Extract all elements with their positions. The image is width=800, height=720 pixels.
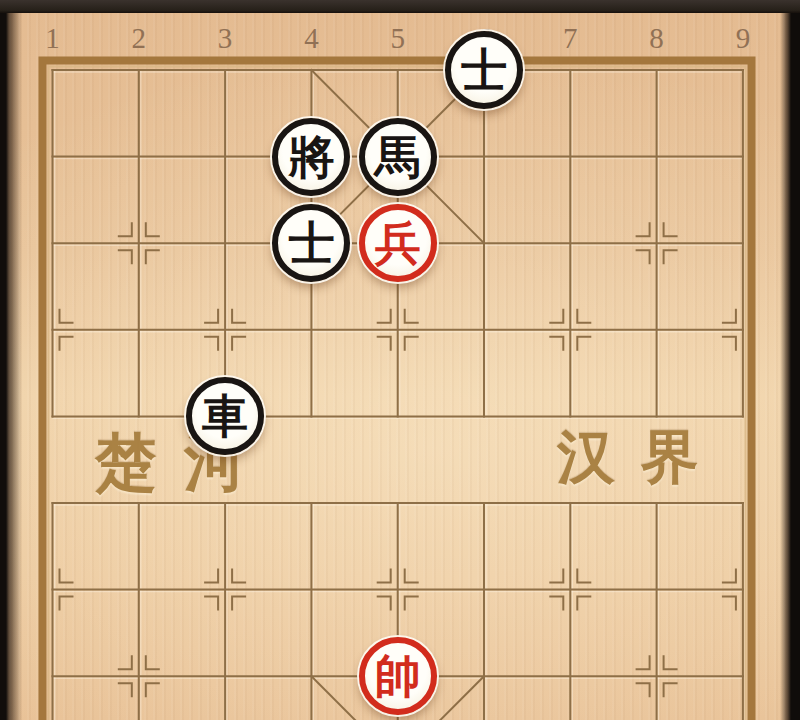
piece-black-advisor-1[interactable]: 士 — [445, 31, 523, 109]
column-number-5: 5 — [390, 22, 405, 55]
xiangqi-app-screen: 123456789 楚河 汉界 士將馬士兵車帥 — [0, 0, 800, 720]
piece-black-horse[interactable]: 馬 — [359, 118, 437, 196]
column-number-8: 8 — [649, 22, 664, 55]
column-number-9: 9 — [736, 22, 751, 55]
column-number-3: 3 — [218, 22, 233, 55]
column-number-4: 4 — [304, 22, 319, 55]
piece-red-general[interactable]: 帥 — [359, 637, 437, 715]
board-grid — [0, 0, 800, 720]
piece-black-general[interactable]: 將 — [272, 118, 350, 196]
column-number-7: 7 — [563, 22, 578, 55]
river-label-han-jie: 汉界 — [557, 428, 725, 486]
piece-red-soldier[interactable]: 兵 — [359, 204, 437, 282]
column-number-1: 1 — [45, 22, 60, 55]
piece-black-chariot[interactable]: 車 — [186, 377, 264, 455]
piece-black-advisor-2[interactable]: 士 — [272, 204, 350, 282]
top-dark-bar — [0, 0, 800, 13]
column-number-2: 2 — [132, 22, 147, 55]
